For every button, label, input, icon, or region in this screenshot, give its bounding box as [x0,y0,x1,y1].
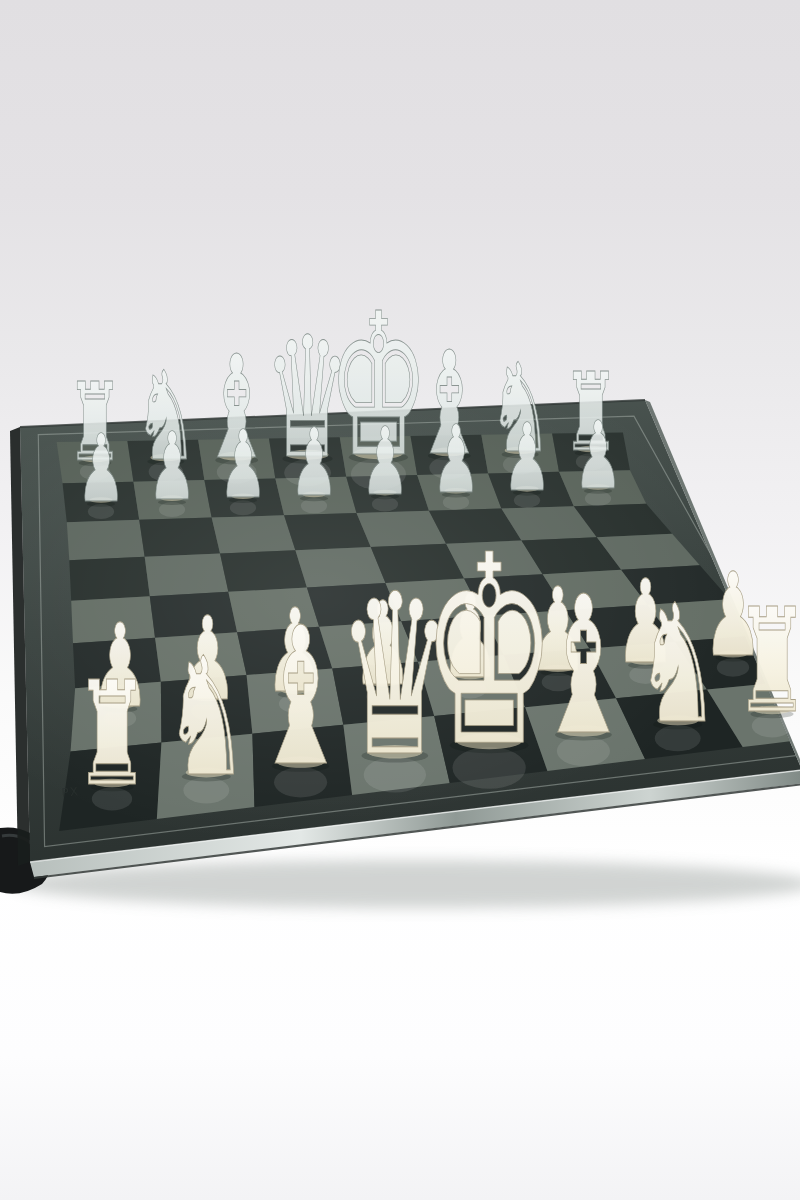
board-cast-shadow [15,860,800,908]
piece-white-bishop-f1: ♝ [534,556,633,777]
frosted-glass-piece-glyph: ♝ [534,556,633,777]
clear-glass-piece-glyph: ♟ [432,405,481,514]
frosted-glass-piece-glyph: ♝ [251,587,350,808]
piece-white-bishop-c1: ♝ [251,587,350,808]
clear-glass-piece-glyph: ♟ [148,412,197,521]
frosted-glass-piece-glyph: ♜ [735,578,800,746]
piece-white-knight-g1: ♞ [635,570,720,761]
clear-glass-piece-glyph: ♟ [503,403,552,512]
piece-black-pawn-d7: ♟ [290,409,339,518]
board-shadow [15,860,800,908]
clear-glass-piece-glyph: ♟ [77,414,126,523]
piece-black-pawn-f7: ♟ [432,405,481,514]
frosted-glass-piece-glyph: ♞ [635,570,720,761]
frosted-glass-piece-glyph: ♞ [164,622,249,813]
piece-black-pawn-e7: ♟ [361,407,410,516]
clear-glass-piece-glyph: ♟ [574,401,623,510]
piece-black-pawn-c7: ♟ [219,410,268,519]
piece-white-knight-b1: ♞ [164,622,249,813]
frosted-glass-piece-glyph: ♜ [75,651,150,819]
piece-black-pawn-b7: ♟ [148,412,197,521]
photo-glass-chess-set: PX ♜♞♝♛♚♝♞♜♟♟♟♟♟♟♟♟♟♟♟♟♟♟♟♟♜♞♝♛♚♝♞♜ [0,0,800,1200]
piece-black-pawn-h7: ♟ [574,401,623,510]
piece-black-pawn-g7: ♟ [503,403,552,512]
piece-white-rook-a1: ♜ [75,651,150,819]
chess-board-photo: PX ♜♞♝♛♚♝♞♜♟♟♟♟♟♟♟♟♟♟♟♟♟♟♟♟♜♞♝♛♚♝♞♜ [0,0,800,1200]
piece-white-rook-h1: ♜ [735,578,800,746]
piece-black-pawn-a7: ♟ [77,414,126,523]
clear-glass-piece-glyph: ♟ [219,410,268,519]
clear-glass-piece-glyph: ♟ [290,409,339,518]
clear-glass-piece-glyph: ♟ [361,407,410,516]
